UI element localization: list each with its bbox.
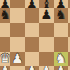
- white-queen-b3[interactable]: ♛: [0, 52, 10, 67]
- square-f3[interactable]: ♞: [54, 52, 69, 67]
- chessboard-screenshot: ♟♟♝♟♞♟♞♛♟♞♟♟♟♟: [0, 0, 70, 70]
- square-f5[interactable]: [54, 23, 69, 38]
- white-pawn-c3[interactable]: ♟: [11, 52, 23, 67]
- square-d3[interactable]: [25, 52, 40, 67]
- black-pawn-d7[interactable]: ♟: [26, 0, 38, 8]
- square-e5[interactable]: [39, 23, 54, 38]
- square-c7[interactable]: [10, 0, 25, 8]
- square-d6[interactable]: [25, 8, 40, 23]
- white-pawn-e2[interactable]: ♟: [40, 66, 52, 70]
- black-bishop-e7[interactable]: ♝: [40, 0, 52, 8]
- square-d5[interactable]: [25, 23, 40, 38]
- square-c4[interactable]: [10, 37, 25, 52]
- square-e7[interactable]: ♝: [39, 0, 54, 8]
- white-pawn-b2[interactable]: ♟: [0, 66, 10, 70]
- square-g4[interactable]: [68, 37, 70, 52]
- square-g7[interactable]: [68, 0, 70, 8]
- square-e2[interactable]: ♟: [39, 66, 54, 70]
- square-d4[interactable]: [25, 37, 40, 52]
- square-b3[interactable]: ♛: [0, 52, 10, 67]
- square-g5[interactable]: [68, 23, 70, 38]
- square-g3[interactable]: [68, 52, 70, 67]
- square-e6[interactable]: ♟: [39, 8, 54, 23]
- square-b4[interactable]: [0, 37, 10, 52]
- square-e3[interactable]: [39, 52, 54, 67]
- square-d7[interactable]: ♟: [25, 0, 40, 8]
- black-pawn-e6[interactable]: ♟: [40, 8, 52, 23]
- square-c5[interactable]: [10, 23, 25, 38]
- square-f4[interactable]: [54, 37, 69, 52]
- black-pawn-f7[interactable]: ♟: [55, 0, 67, 8]
- square-b2[interactable]: ♟: [0, 66, 10, 70]
- square-g6[interactable]: [68, 8, 70, 23]
- square-f7[interactable]: ♟: [54, 0, 69, 8]
- black-knight-f6[interactable]: ♞: [55, 8, 67, 23]
- square-b5[interactable]: [0, 23, 10, 38]
- square-g2[interactable]: [68, 66, 70, 70]
- white-pawn-f2[interactable]: ♟: [55, 66, 67, 70]
- square-c2[interactable]: [10, 66, 25, 70]
- square-c3[interactable]: ♟: [10, 52, 25, 67]
- square-c6[interactable]: [10, 8, 25, 23]
- square-e4[interactable]: [39, 37, 54, 52]
- square-f2[interactable]: ♟: [54, 66, 69, 70]
- white-knight-f3[interactable]: ♞: [55, 52, 67, 67]
- square-d2[interactable]: ♟: [25, 66, 40, 70]
- square-b6[interactable]: ♞: [0, 8, 10, 23]
- white-pawn-d2[interactable]: ♟: [26, 66, 38, 70]
- black-knight-b6[interactable]: ♞: [0, 8, 10, 23]
- square-b7[interactable]: ♟: [0, 0, 10, 8]
- black-pawn-b7[interactable]: ♟: [0, 0, 10, 8]
- square-f6[interactable]: ♞: [54, 8, 69, 23]
- chess-board[interactable]: ♟♟♝♟♞♟♞♛♟♞♟♟♟♟: [0, 0, 70, 70]
